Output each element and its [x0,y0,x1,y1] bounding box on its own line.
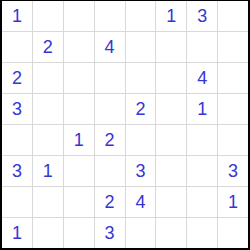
cell-r5c3[interactable]: 1 [64,125,94,155]
cell-r1c1[interactable]: 1 [2,1,32,31]
cell-r6c5[interactable]: 3 [126,156,156,186]
cell-r5c8[interactable] [218,125,248,155]
cell-r8c2[interactable] [33,218,63,248]
cell-r8c7[interactable] [187,218,217,248]
cell-r4c5[interactable]: 2 [126,94,156,124]
cell-r7c8[interactable]: 1 [218,187,248,217]
cell-r1c7[interactable]: 3 [187,1,217,31]
puzzle-page: 113242432112313324113 [0,0,250,250]
cell-r7c7[interactable] [187,187,217,217]
cell-r6c6[interactable] [156,156,186,186]
cell-r4c4[interactable] [95,94,125,124]
cell-r8c3[interactable] [64,218,94,248]
cell-r5c4[interactable]: 2 [95,125,125,155]
cell-r8c1[interactable]: 1 [2,218,32,248]
cell-r5c7[interactable] [187,125,217,155]
cell-r3c6[interactable] [156,63,186,93]
cell-r3c2[interactable] [33,63,63,93]
cell-r8c5[interactable] [126,218,156,248]
cell-r1c8[interactable] [218,1,248,31]
cell-r2c8[interactable] [218,32,248,62]
cell-r1c4[interactable] [95,1,125,31]
puzzle-board: 113242432112313324113 [0,0,250,250]
cell-r5c5[interactable] [126,125,156,155]
cell-r7c4[interactable]: 2 [95,187,125,217]
cell-r2c6[interactable] [156,32,186,62]
cell-r4c6[interactable] [156,94,186,124]
cell-r2c4[interactable]: 4 [95,32,125,62]
cell-r6c4[interactable] [95,156,125,186]
cell-r3c1[interactable]: 2 [2,63,32,93]
cell-r4c3[interactable] [64,94,94,124]
cell-r7c5[interactable]: 4 [126,187,156,217]
cell-r3c7[interactable]: 4 [187,63,217,93]
cell-r2c1[interactable] [2,32,32,62]
cell-r4c7[interactable]: 1 [187,94,217,124]
cell-r2c7[interactable] [187,32,217,62]
cell-r7c2[interactable] [33,187,63,217]
cell-r6c7[interactable] [187,156,217,186]
cell-r7c3[interactable] [64,187,94,217]
cell-r3c4[interactable] [95,63,125,93]
cell-r8c4[interactable]: 3 [95,218,125,248]
cell-r3c8[interactable] [218,63,248,93]
cell-r2c3[interactable] [64,32,94,62]
cell-r4c2[interactable] [33,94,63,124]
cell-r2c2[interactable]: 2 [33,32,63,62]
cell-r6c2[interactable]: 1 [33,156,63,186]
cell-r7c6[interactable] [156,187,186,217]
cell-r1c2[interactable] [33,1,63,31]
cell-r4c8[interactable] [218,94,248,124]
cell-r6c8[interactable]: 3 [218,156,248,186]
cell-r8c6[interactable] [156,218,186,248]
cell-r5c1[interactable] [2,125,32,155]
cell-r6c1[interactable]: 3 [2,156,32,186]
cell-r5c2[interactable] [33,125,63,155]
cell-r2c5[interactable] [126,32,156,62]
cell-r1c3[interactable] [64,1,94,31]
cell-r1c6[interactable]: 1 [156,1,186,31]
cell-r3c3[interactable] [64,63,94,93]
cell-r7c1[interactable] [2,187,32,217]
cell-r8c8[interactable] [218,218,248,248]
cell-r6c3[interactable] [64,156,94,186]
cell-r1c5[interactable] [126,1,156,31]
cell-r4c1[interactable]: 3 [2,94,32,124]
cell-r3c5[interactable] [126,63,156,93]
cell-r5c6[interactable] [156,125,186,155]
